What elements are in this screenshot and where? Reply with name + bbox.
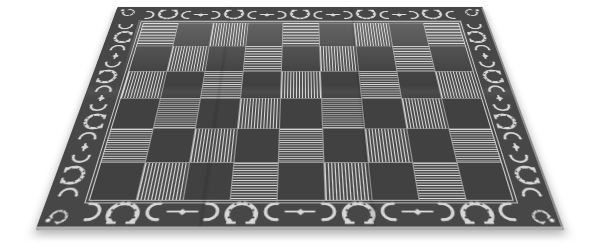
board-square-dark (161, 71, 205, 98)
board-square-dark (196, 99, 240, 129)
board-square-light (365, 129, 412, 162)
board-square-light (238, 99, 280, 129)
grommet (548, 218, 556, 223)
horseshoe-icon (318, 197, 402, 226)
board-square-dark (368, 163, 418, 200)
board-square-dark (278, 163, 324, 200)
snaffle-bit-link-icon (392, 14, 407, 15)
board-square-light (201, 71, 243, 98)
board-square-light (279, 129, 322, 162)
horseshoe-icon (525, 205, 554, 227)
board-square-dark (389, 23, 429, 45)
board-square-light (281, 71, 320, 98)
board-square-light (393, 46, 435, 71)
board-square-light (137, 163, 189, 200)
horseshoe-icon (198, 197, 282, 226)
horseshoe-icon (72, 103, 112, 142)
snaffle-bit-link-icon (99, 95, 103, 102)
snaffle-bit-link-icon (483, 53, 487, 59)
board-square-dark (429, 46, 472, 71)
snaffle-bit-link-icon (326, 14, 341, 15)
board-square-dark (458, 163, 513, 200)
snaffle-bit-link-icon (82, 143, 87, 151)
board-square-dark (206, 46, 246, 71)
product-photo-scene (0, 0, 600, 250)
horseshoe-icon (209, 8, 259, 21)
horseshoe-icon (52, 153, 97, 199)
horseshoe-icon (276, 8, 325, 21)
horseshoe-icon (142, 8, 193, 21)
board-square-light (101, 129, 152, 162)
board-square-light (244, 46, 282, 71)
board-square-light (210, 23, 248, 45)
board-square-dark (184, 163, 234, 200)
grommet (475, 9, 480, 11)
board-square-dark (362, 99, 406, 129)
board-square-light (190, 129, 237, 162)
board-square-dark (146, 129, 195, 162)
board-square-light (154, 99, 200, 129)
snaffle-bit-link-icon (260, 14, 275, 15)
horseshoe-icon (78, 197, 167, 226)
horseshoe-icon (105, 23, 138, 52)
snaffle-bit-link-icon (513, 143, 518, 151)
board-square-dark (321, 71, 361, 98)
board-square-dark (282, 46, 319, 71)
horseshoe-icon (90, 60, 126, 93)
board-square-dark (173, 23, 212, 45)
board-square-dark (129, 46, 172, 71)
board-square-dark (397, 71, 441, 98)
snaffle-bit-link-icon (284, 211, 316, 213)
horseshoe-icon (433, 197, 522, 226)
grommet (44, 218, 52, 223)
board-square-light (324, 163, 371, 200)
board-square-light (137, 23, 178, 45)
board-square-light (121, 71, 167, 98)
board-square-light (322, 99, 364, 129)
board-square-light (424, 23, 465, 45)
border-bottom (78, 197, 522, 226)
board-square-dark (356, 46, 396, 71)
board-square-dark (241, 71, 281, 98)
checkerboard (89, 23, 514, 201)
horseshoe-icon (342, 8, 392, 21)
board-square-dark (407, 129, 456, 162)
board-square-light (413, 163, 465, 200)
board-square-dark (323, 129, 368, 162)
board-square-light (449, 129, 500, 162)
board-square-light (435, 71, 481, 98)
snaffle-bit-link-icon (402, 211, 434, 213)
board-square-light (359, 71, 401, 98)
board-square-light (354, 23, 392, 45)
border-top (142, 8, 459, 21)
snaffle-bit-link-icon (113, 53, 117, 59)
board-square-dark (112, 99, 160, 129)
horseshoe-icon (462, 23, 495, 52)
snaffle-bit-link-icon (166, 211, 198, 213)
edge-binding (35, 226, 564, 230)
board-square-dark (247, 23, 283, 45)
board-square-dark (442, 99, 490, 129)
board-square-dark (280, 99, 321, 129)
snaffle-bit-link-icon (193, 14, 208, 15)
snaffle-bit-link-icon (497, 95, 501, 102)
horseshoe-icon (474, 60, 510, 93)
board-square-dark (90, 163, 145, 200)
horseshoe-icon (46, 205, 75, 227)
board-square-dark (235, 129, 279, 162)
board-square-light (231, 163, 278, 200)
board-square-dark (319, 23, 355, 45)
board-square-light (320, 46, 358, 71)
board-square-light (283, 23, 319, 45)
board-square-light (168, 46, 209, 71)
board-square-light (402, 99, 448, 129)
horseshoe-icon (407, 8, 458, 21)
patio-mat (35, 7, 564, 231)
mat-perspective-wrapper (35, 7, 564, 231)
